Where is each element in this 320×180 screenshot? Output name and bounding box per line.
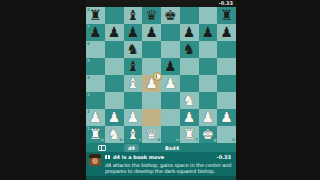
square-b7[interactable]: ♟ <box>105 24 124 41</box>
white-pawn-f2[interactable]: ♟ <box>180 109 199 126</box>
square-e1[interactable]: e <box>161 126 180 143</box>
black-rook-a8[interactable]: ♜ <box>86 7 105 24</box>
square-g1[interactable]: g♚ <box>199 126 218 143</box>
rank-label-4: 4 <box>87 76 90 80</box>
square-h6[interactable] <box>217 41 236 58</box>
black-pawn-g7[interactable]: ♟ <box>199 24 218 41</box>
square-b3[interactable] <box>105 92 124 109</box>
eval-value-panel: -0.33 <box>217 154 231 160</box>
square-a7[interactable]: 7♟ <box>86 24 105 41</box>
square-f3[interactable]: ♞ <box>180 92 199 109</box>
white-pawn-g2[interactable]: ♟ <box>199 109 218 126</box>
black-queen-d8[interactable]: ♛ <box>142 7 161 24</box>
black-pawn-h7[interactable]: ♟ <box>217 24 236 41</box>
square-a5[interactable]: 5 <box>86 58 105 75</box>
white-king-g1[interactable]: ♚ <box>199 126 218 143</box>
book-move-badge <box>153 72 162 81</box>
black-king-e8[interactable]: ♚ <box>161 7 180 24</box>
square-h7[interactable]: ♟ <box>217 24 236 41</box>
black-pawn-e5[interactable]: ♟ <box>161 58 180 75</box>
coach-comment-row: d4 is a book move -0.33 d4 attacks the b… <box>86 152 236 176</box>
square-h2[interactable]: ♟ <box>217 109 236 126</box>
bottom-next-element-edge <box>86 176 236 180</box>
square-a3[interactable]: 3 <box>86 92 105 109</box>
square-c3[interactable] <box>124 92 143 109</box>
square-g2[interactable]: ♟ <box>199 109 218 126</box>
white-pawn-c2[interactable]: ♟ <box>124 109 143 126</box>
move-comment-text: d4 attacks the bishop, gains space in th… <box>105 162 233 174</box>
black-pawn-b7[interactable]: ♟ <box>105 24 124 41</box>
square-a4[interactable]: 4 <box>86 75 105 92</box>
top-eval-strip: -0.33 <box>86 0 236 7</box>
white-knight-b1[interactable]: ♞ <box>105 126 124 143</box>
black-pawn-a7[interactable]: ♟ <box>86 24 105 41</box>
review-panel: d4Bxd4 d4 is a book move -0.33 d4 attack… <box>86 143 236 180</box>
white-rook-a1[interactable]: ♜ <box>86 126 105 143</box>
square-e5[interactable]: ♟ <box>161 58 180 75</box>
black-bishop-c8[interactable]: ♝ <box>124 7 143 24</box>
move-quality-row: d4 is a book move -0.33 <box>105 154 233 160</box>
black-bishop-c5[interactable]: ♝ <box>124 58 143 75</box>
square-d7[interactable]: ♟ <box>142 24 161 41</box>
square-b5[interactable] <box>105 58 124 75</box>
rank-label-6: 6 <box>87 42 90 46</box>
square-h4[interactable] <box>217 75 236 92</box>
square-b2[interactable]: ♟ <box>105 109 124 126</box>
black-knight-c6[interactable]: ♞ <box>124 41 143 58</box>
black-knight-f6[interactable]: ♞ <box>180 41 199 58</box>
square-f4[interactable] <box>180 75 199 92</box>
square-g3[interactable] <box>199 92 218 109</box>
black-rook-h8[interactable]: ♜ <box>217 7 236 24</box>
square-c5[interactable]: ♝ <box>124 58 143 75</box>
white-queen-d1[interactable]: ♛ <box>142 126 161 143</box>
black-pawn-f7[interactable]: ♟ <box>180 24 199 41</box>
file-label-e: e <box>176 138 179 142</box>
square-f5[interactable] <box>180 58 199 75</box>
square-h5[interactable] <box>217 58 236 75</box>
square-f1[interactable]: f♜ <box>180 126 199 143</box>
square-b4[interactable] <box>105 75 124 92</box>
white-bishop-c1[interactable]: ♝ <box>124 126 143 143</box>
book-move-icon <box>105 155 110 159</box>
square-b8[interactable] <box>105 7 124 24</box>
chess-board[interactable]: 8♜♝♛♚♜7♟♟♟♟♟♟♟6♞♞5♝♟4♝♟♟3♞2♟♟♟♟♟♟1a♜b♞c♝… <box>86 7 236 143</box>
square-c8[interactable]: ♝ <box>124 7 143 24</box>
square-b1[interactable]: b♞ <box>105 126 124 143</box>
white-pawn-a2[interactable]: ♟ <box>86 109 105 126</box>
square-a2[interactable]: 2♟ <box>86 109 105 126</box>
white-knight-f3[interactable]: ♞ <box>180 92 199 109</box>
move-bar[interactable]: d4Bxd4 <box>86 143 236 152</box>
square-e7[interactable] <box>161 24 180 41</box>
square-e8[interactable]: ♚ <box>161 7 180 24</box>
square-g4[interactable] <box>199 75 218 92</box>
move-pill-Bxd4[interactable]: Bxd4 <box>161 144 183 152</box>
move-pill-d4[interactable]: d4 <box>124 144 139 152</box>
square-f6[interactable]: ♞ <box>180 41 199 58</box>
left-letterbox-bar <box>0 0 86 180</box>
avatar <box>89 154 101 166</box>
rank-label-3: 3 <box>87 93 90 97</box>
square-a1[interactable]: 1a♜ <box>86 126 105 143</box>
square-e2[interactable] <box>161 109 180 126</box>
move-quality-label: d4 is a book move <box>113 154 164 160</box>
square-f2[interactable]: ♟ <box>180 109 199 126</box>
black-pawn-c7[interactable]: ♟ <box>124 24 143 41</box>
book-icon <box>98 145 106 151</box>
square-d1[interactable]: d♛ <box>142 126 161 143</box>
square-g5[interactable] <box>199 58 218 75</box>
square-f7[interactable]: ♟ <box>180 24 199 41</box>
square-d2[interactable] <box>142 109 161 126</box>
square-g8[interactable] <box>199 7 218 24</box>
black-pawn-d7[interactable]: ♟ <box>142 24 161 41</box>
square-b6[interactable] <box>105 41 124 58</box>
video-center-column: -0.33 8♜♝♛♚♜7♟♟♟♟♟♟♟6♞♞5♝♟4♝♟♟3♞2♟♟♟♟♟♟1… <box>86 0 236 180</box>
square-c4[interactable]: ♝ <box>124 75 143 92</box>
square-h1[interactable]: h <box>217 126 236 143</box>
square-g6[interactable] <box>199 41 218 58</box>
white-pawn-b2[interactable]: ♟ <box>105 109 124 126</box>
square-h8[interactable]: ♜ <box>217 7 236 24</box>
square-e4[interactable]: ♟ <box>161 75 180 92</box>
white-pawn-h2[interactable]: ♟ <box>217 109 236 126</box>
square-e3[interactable] <box>161 92 180 109</box>
right-letterbox-bar <box>236 0 320 180</box>
rank-label-5: 5 <box>87 59 90 63</box>
square-f8[interactable] <box>180 7 199 24</box>
square-c7[interactable]: ♟ <box>124 24 143 41</box>
square-c2[interactable]: ♟ <box>124 109 143 126</box>
square-d3[interactable] <box>142 92 161 109</box>
white-pawn-e4[interactable]: ♟ <box>161 75 180 92</box>
white-rook-f1[interactable]: ♜ <box>180 126 199 143</box>
square-a8[interactable]: 8♜ <box>86 7 105 24</box>
white-bishop-c4[interactable]: ♝ <box>124 75 143 92</box>
square-d6[interactable] <box>142 41 161 58</box>
square-c1[interactable]: c♝ <box>124 126 143 143</box>
square-h3[interactable] <box>217 92 236 109</box>
file-label-h: h <box>232 138 235 142</box>
screenshot-root: -0.33 8♜♝♛♚♜7♟♟♟♟♟♟♟6♞♞5♝♟4♝♟♟3♞2♟♟♟♟♟♟1… <box>0 0 320 180</box>
eval-value-top: -0.33 <box>219 0 236 7</box>
square-c6[interactable]: ♞ <box>124 41 143 58</box>
square-e6[interactable] <box>161 41 180 58</box>
comment-column: d4 is a book move -0.33 d4 attacks the b… <box>105 154 233 174</box>
square-a6[interactable]: 6 <box>86 41 105 58</box>
avatar-face <box>92 158 98 165</box>
square-d4[interactable]: ♟ <box>142 75 161 92</box>
square-d8[interactable]: ♛ <box>142 7 161 24</box>
square-g7[interactable]: ♟ <box>199 24 218 41</box>
